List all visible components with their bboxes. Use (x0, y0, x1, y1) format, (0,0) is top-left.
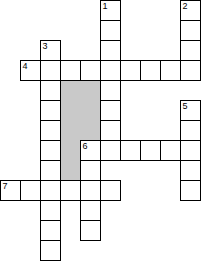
cell-r3c1[interactable]: 4 (20, 60, 41, 81)
cell-r7c5[interactable] (100, 140, 121, 161)
cell-r5c9[interactable]: 5 (180, 100, 201, 121)
cell-r1c9[interactable] (180, 20, 201, 41)
shaded-block (60, 100, 81, 121)
cell-r9c2[interactable] (40, 180, 61, 201)
clue-number-1: 1 (103, 1, 108, 11)
cell-r5c5[interactable] (100, 100, 121, 121)
crossword-board: 1234567 (0, 0, 201, 261)
cell-r9c5[interactable] (100, 180, 121, 201)
cell-r7c9[interactable] (180, 140, 201, 161)
clue-number-5: 5 (183, 101, 188, 111)
cell-r11c4[interactable] (80, 220, 101, 241)
clue-number-3: 3 (43, 41, 48, 51)
cell-r6c5[interactable] (100, 120, 121, 141)
cell-r3c4[interactable] (80, 60, 101, 81)
cell-r10c2[interactable] (40, 200, 61, 221)
cell-r3c8[interactable] (160, 60, 181, 81)
cell-r12c2[interactable] (40, 240, 61, 261)
cell-r8c9[interactable] (180, 160, 201, 181)
cell-r2c2[interactable]: 3 (40, 40, 61, 61)
cell-r3c9[interactable] (180, 60, 201, 81)
cell-r7c7[interactable] (140, 140, 161, 161)
cell-r9c4[interactable] (80, 180, 101, 201)
cell-r7c8[interactable] (160, 140, 181, 161)
shaded-block (80, 120, 101, 141)
cell-r2c9[interactable] (180, 40, 201, 61)
cell-r3c6[interactable] (120, 60, 141, 81)
clue-number-6: 6 (83, 141, 88, 151)
cell-r4c5[interactable] (100, 80, 121, 101)
cell-r9c3[interactable] (60, 180, 81, 201)
cell-r8c2[interactable] (40, 160, 61, 181)
clue-number-7: 7 (3, 181, 8, 191)
cell-r6c9[interactable] (180, 120, 201, 141)
shaded-block (80, 80, 101, 101)
cell-r7c2[interactable] (40, 140, 61, 161)
cell-r3c7[interactable] (140, 60, 161, 81)
shaded-block (80, 100, 101, 121)
cell-r3c3[interactable] (60, 60, 81, 81)
cell-r5c2[interactable] (40, 100, 61, 121)
shaded-block (60, 140, 81, 161)
cell-r3c5[interactable] (100, 60, 121, 81)
cell-r3c2[interactable] (40, 60, 61, 81)
cell-r2c5[interactable] (100, 40, 121, 61)
cell-r7c4[interactable]: 6 (80, 140, 101, 161)
cell-r11c2[interactable] (40, 220, 61, 241)
clue-number-4: 4 (23, 61, 28, 71)
clue-number-2: 2 (183, 1, 188, 11)
cell-r0c9[interactable]: 2 (180, 0, 201, 21)
cell-r1c5[interactable] (100, 20, 121, 41)
cell-r9c9[interactable] (180, 180, 201, 201)
cell-r9c0[interactable]: 7 (0, 180, 21, 201)
shaded-block (60, 160, 81, 181)
cell-r6c2[interactable] (40, 120, 61, 141)
cell-r0c5[interactable]: 1 (100, 0, 121, 21)
shaded-block (60, 120, 81, 141)
cell-r9c1[interactable] (20, 180, 41, 201)
cell-r10c4[interactable] (80, 200, 101, 221)
cell-r4c2[interactable] (40, 80, 61, 101)
cell-r8c4[interactable] (80, 160, 101, 181)
cell-r7c6[interactable] (120, 140, 141, 161)
shaded-block (60, 80, 81, 101)
